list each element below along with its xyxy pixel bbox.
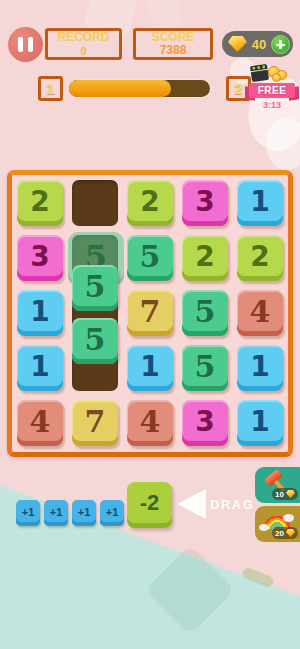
gem-icon [286, 529, 295, 537]
tile-5[interactable]: 5 [127, 235, 173, 281]
hammer-cost: 10 [275, 490, 284, 499]
game-board: 223135221754115147431 5 5 5 [7, 170, 293, 457]
plus-icon [279, 40, 282, 49]
gem-count: 40 [247, 37, 271, 52]
tile-5[interactable]: 5 [182, 345, 228, 391]
tile-1[interactable]: 1 [127, 345, 173, 391]
plus-one-tile[interactable]: +1 [16, 500, 40, 526]
score-box: SCORE 7388 [133, 28, 213, 60]
tile-1[interactable]: 1 [17, 290, 63, 336]
falling-tile: 5 [72, 318, 118, 364]
free-label: FREE [249, 83, 295, 98]
tile-7[interactable]: 7 [127, 290, 173, 336]
record-label: RECORD [57, 31, 109, 44]
level-progress-fill [69, 80, 171, 97]
tile-5[interactable]: 5 [182, 290, 228, 336]
gem-counter[interactable]: 40 [222, 31, 293, 57]
gem-icon [228, 36, 247, 52]
board-grid: 223135221754115147431 [17, 180, 283, 446]
coin-icon [272, 73, 281, 82]
plus-one-tile[interactable]: +1 [72, 500, 96, 526]
level-progress-track [69, 80, 210, 97]
plus-one-tile[interactable]: +1 [44, 500, 68, 526]
record-box: RECORD 0 [45, 28, 122, 60]
rainbow-cost-badge: 20 [272, 527, 298, 539]
empty-cell[interactable] [72, 180, 118, 226]
tile-1[interactable]: 1 [237, 400, 283, 446]
pause-button[interactable] [8, 27, 43, 62]
tile-1[interactable]: 1 [237, 180, 283, 226]
score-value: 7388 [160, 44, 187, 57]
free-timer: 3:13 [249, 100, 295, 110]
drag-label: DRAG [210, 497, 254, 512]
drag-arrow-icon [177, 489, 206, 519]
tile-2[interactable]: 2 [237, 235, 283, 281]
tile-2[interactable]: 2 [182, 235, 228, 281]
tile-4[interactable]: 4 [17, 400, 63, 446]
free-reward-badge[interactable]: FREE 3:13 [244, 60, 300, 112]
pause-icon [28, 37, 33, 52]
gem-icon [286, 490, 295, 498]
game-screen: RECORD 0 SCORE 7388 40 1 2 FREE 3:13 [0, 0, 300, 649]
rainbow-cost: 20 [275, 529, 284, 538]
tile-1[interactable]: 1 [237, 345, 283, 391]
tile-4[interactable]: 4 [127, 400, 173, 446]
plus-one-tile[interactable]: +1 [100, 500, 124, 526]
tile-4[interactable]: 4 [237, 290, 283, 336]
tile-1[interactable]: 1 [17, 345, 63, 391]
hammer-cost-badge: 10 [272, 488, 298, 500]
paint-splash [266, 118, 300, 170]
rainbow-powerup-button[interactable]: 20 [255, 506, 300, 542]
hammer-powerup-button[interactable]: 10 [255, 467, 300, 503]
plus-one-tray: +1+1+1+1 [16, 500, 124, 526]
clapperboard-icon [250, 64, 269, 82]
tile-3[interactable]: 3 [182, 400, 228, 446]
tile-2[interactable]: 2 [127, 180, 173, 226]
pause-icon [18, 37, 23, 52]
tile-2[interactable]: 2 [17, 180, 63, 226]
add-gems-button[interactable] [271, 35, 290, 54]
tile-3[interactable]: 3 [17, 235, 63, 281]
cloud-icon [259, 524, 269, 531]
record-value: 0 [80, 45, 86, 57]
cloud-icon [283, 514, 294, 522]
power-tile-minus-2[interactable]: -2 [127, 482, 172, 528]
tile-3[interactable]: 3 [182, 180, 228, 226]
level-current-box: 1 [38, 76, 63, 101]
falling-tile: 5 [72, 265, 118, 311]
tile-7[interactable]: 7 [72, 400, 118, 446]
